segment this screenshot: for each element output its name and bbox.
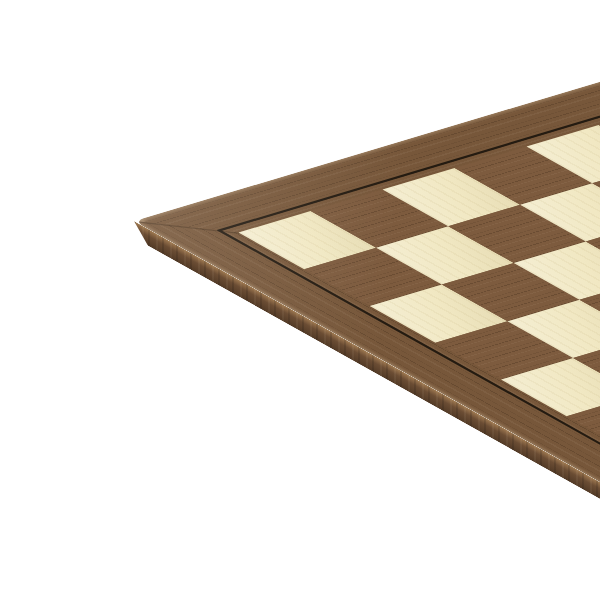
chessboard [134, 16, 600, 571]
product-photo-stage [0, 0, 600, 600]
